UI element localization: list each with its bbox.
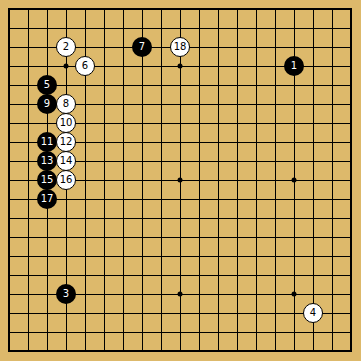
stone-black-move-15: 15 (37, 170, 57, 190)
stone-black-move-9: 9 (37, 94, 57, 114)
stone-white-move-8: 8 (56, 94, 76, 114)
star-point (64, 64, 69, 69)
stone-black-move-17: 17 (37, 189, 57, 209)
go-board[interactable]: 123456789101112131415161718 (0, 0, 361, 361)
star-point (178, 292, 183, 297)
star-point (178, 64, 183, 69)
stone-black-move-5: 5 (37, 75, 57, 95)
stone-black-move-7: 7 (132, 37, 152, 57)
stone-white-move-4: 4 (303, 303, 323, 323)
stone-black-move-13: 13 (37, 151, 57, 171)
stone-white-move-14: 14 (56, 151, 76, 171)
star-point (292, 292, 297, 297)
stone-white-move-10: 10 (56, 113, 76, 133)
star-point (178, 178, 183, 183)
star-point (292, 178, 297, 183)
stone-black-move-1: 1 (284, 56, 304, 76)
stone-black-move-3: 3 (56, 284, 76, 304)
stone-white-move-12: 12 (56, 132, 76, 152)
stone-white-move-6: 6 (75, 56, 95, 76)
stone-white-move-2: 2 (56, 37, 76, 57)
stone-white-move-18: 18 (170, 37, 190, 57)
stone-black-move-11: 11 (37, 132, 57, 152)
stone-white-move-16: 16 (56, 170, 76, 190)
